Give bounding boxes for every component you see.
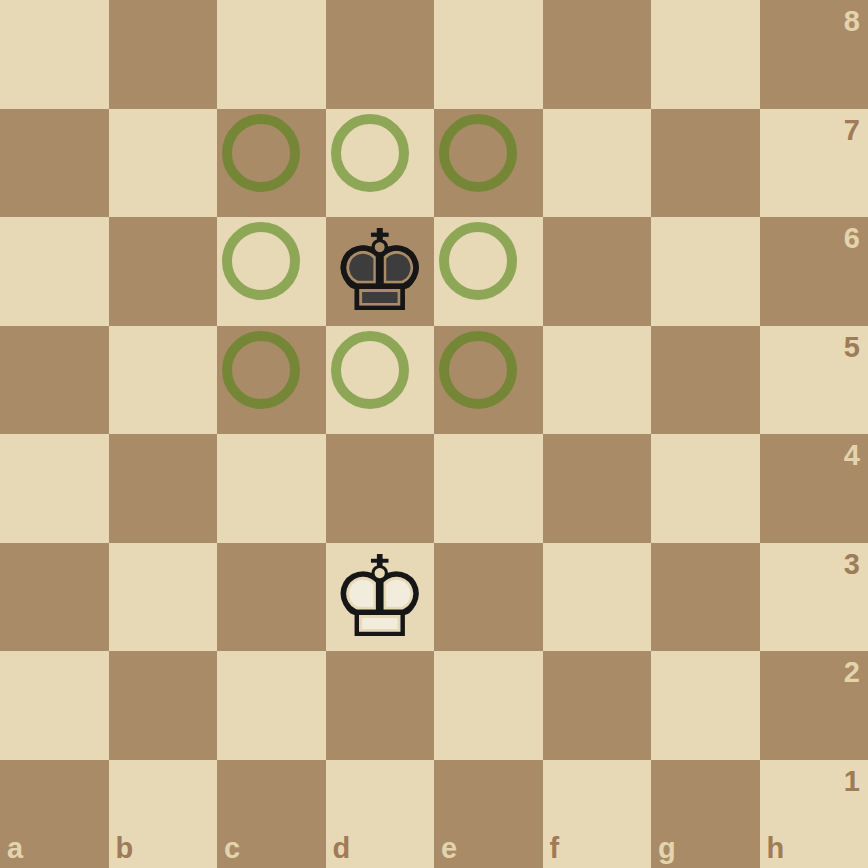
square-a6[interactable] <box>0 217 109 326</box>
square-h2[interactable]: 2 <box>760 651 868 760</box>
square-d6[interactable]: ♚♔ <box>326 217 435 326</box>
legal-move-circle <box>439 222 517 300</box>
square-e4[interactable] <box>434 434 543 543</box>
rank-label-8: 8 <box>844 7 860 36</box>
square-a7[interactable] <box>0 109 109 218</box>
square-g7[interactable] <box>651 109 760 218</box>
square-d8[interactable] <box>326 0 435 109</box>
square-f3[interactable] <box>543 543 652 652</box>
square-c8[interactable] <box>217 0 326 109</box>
square-c3[interactable] <box>217 543 326 652</box>
square-h3[interactable]: 3 <box>760 543 868 652</box>
square-g5[interactable] <box>651 326 760 435</box>
square-f8[interactable] <box>543 0 652 109</box>
square-e5[interactable] <box>434 326 543 435</box>
chess-board: 87♚♔654♚♔32abcdefg1h <box>0 0 868 868</box>
square-c4[interactable] <box>217 434 326 543</box>
file-label-g: g <box>658 834 676 863</box>
square-e3[interactable] <box>434 543 543 652</box>
square-h6[interactable]: 6 <box>760 217 868 326</box>
rank-label-2: 2 <box>844 658 860 687</box>
square-c7[interactable] <box>217 109 326 218</box>
square-e6[interactable] <box>434 217 543 326</box>
square-a1[interactable]: a <box>0 760 109 868</box>
square-e1[interactable]: e <box>434 760 543 868</box>
file-label-f: f <box>550 834 560 863</box>
square-e2[interactable] <box>434 651 543 760</box>
square-h8[interactable]: 8 <box>760 0 868 109</box>
file-label-h: h <box>767 834 785 863</box>
square-b5[interactable] <box>109 326 218 435</box>
rank-label-4: 4 <box>844 441 860 470</box>
square-g6[interactable] <box>651 217 760 326</box>
square-h4[interactable]: 4 <box>760 434 868 543</box>
square-b4[interactable] <box>109 434 218 543</box>
square-b3[interactable] <box>109 543 218 652</box>
square-a2[interactable] <box>0 651 109 760</box>
square-e8[interactable] <box>434 0 543 109</box>
legal-move-circle <box>439 114 517 192</box>
square-g1[interactable]: g <box>651 760 760 868</box>
square-f1[interactable]: f <box>543 760 652 868</box>
square-f6[interactable] <box>543 217 652 326</box>
rank-label-6: 6 <box>844 224 860 253</box>
file-label-a: a <box>7 834 23 863</box>
square-c2[interactable] <box>217 651 326 760</box>
square-c5[interactable] <box>217 326 326 435</box>
legal-move-circle <box>222 114 300 192</box>
square-d7[interactable] <box>326 109 435 218</box>
file-label-d: d <box>333 834 351 863</box>
square-a4[interactable] <box>0 434 109 543</box>
square-d3[interactable]: ♚♔ <box>326 543 435 652</box>
square-b1[interactable]: b <box>109 760 218 868</box>
square-g2[interactable] <box>651 651 760 760</box>
square-a5[interactable] <box>0 326 109 435</box>
file-label-e: e <box>441 834 457 863</box>
square-b8[interactable] <box>109 0 218 109</box>
rank-label-7: 7 <box>844 116 860 145</box>
piece-black-king[interactable]: ♚♔ <box>326 217 435 326</box>
file-label-c: c <box>224 834 240 863</box>
square-d5[interactable] <box>326 326 435 435</box>
rank-label-5: 5 <box>844 333 860 362</box>
legal-move-circle <box>331 114 409 192</box>
black-king-outline: ♔ <box>326 217 435 326</box>
square-b7[interactable] <box>109 109 218 218</box>
square-h5[interactable]: 5 <box>760 326 868 435</box>
square-f2[interactable] <box>543 651 652 760</box>
square-f5[interactable] <box>543 326 652 435</box>
square-f4[interactable] <box>543 434 652 543</box>
square-f7[interactable] <box>543 109 652 218</box>
white-king-outline: ♔ <box>326 543 435 652</box>
square-c1[interactable]: c <box>217 760 326 868</box>
square-h7[interactable]: 7 <box>760 109 868 218</box>
square-g3[interactable] <box>651 543 760 652</box>
square-d4[interactable] <box>326 434 435 543</box>
legal-move-circle <box>222 222 300 300</box>
square-e7[interactable] <box>434 109 543 218</box>
square-a8[interactable] <box>0 0 109 109</box>
square-d2[interactable] <box>326 651 435 760</box>
legal-move-circle <box>222 331 300 409</box>
file-label-b: b <box>116 834 134 863</box>
square-b6[interactable] <box>109 217 218 326</box>
square-c6[interactable] <box>217 217 326 326</box>
square-a3[interactable] <box>0 543 109 652</box>
square-h1[interactable]: 1h <box>760 760 868 868</box>
piece-white-king[interactable]: ♚♔ <box>326 543 435 652</box>
rank-label-3: 3 <box>844 550 860 579</box>
square-g8[interactable] <box>651 0 760 109</box>
legal-move-circle <box>439 331 517 409</box>
square-g4[interactable] <box>651 434 760 543</box>
square-b2[interactable] <box>109 651 218 760</box>
legal-move-circle <box>331 331 409 409</box>
square-d1[interactable]: d <box>326 760 435 868</box>
rank-label-1: 1 <box>844 767 860 796</box>
